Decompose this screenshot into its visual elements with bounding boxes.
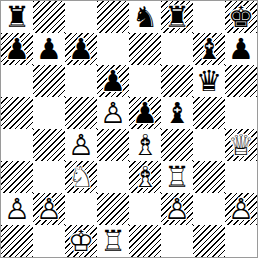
piece-white-pawn[interactable]: ♟♙ (161, 193, 193, 225)
square-h2[interactable]: ♟♙ (225, 193, 257, 225)
square-b8[interactable] (33, 1, 65, 33)
piece-black-pawn[interactable]: ♟ (33, 33, 65, 65)
square-d2[interactable] (97, 193, 129, 225)
square-h3[interactable] (225, 161, 257, 193)
square-a3[interactable] (1, 161, 33, 193)
piece-outline: ♗ (129, 129, 161, 161)
square-e4[interactable]: ♝♗ (129, 129, 161, 161)
square-e2[interactable] (129, 193, 161, 225)
square-c7[interactable]: ♟ (65, 33, 97, 65)
square-a7[interactable]: ♟ (1, 33, 33, 65)
square-d4[interactable] (97, 129, 129, 161)
square-e1[interactable] (129, 225, 161, 257)
piece-black-pawn[interactable]: ♟ (97, 65, 129, 97)
square-c2[interactable] (65, 193, 97, 225)
square-d6[interactable]: ♟ (97, 65, 129, 97)
square-f1[interactable] (161, 225, 193, 257)
piece-white-pawn[interactable]: ♟♙ (65, 129, 97, 161)
piece-white-pawn[interactable]: ♟♙ (97, 97, 129, 129)
square-a4[interactable] (1, 129, 33, 161)
piece-outline: ♙ (1, 193, 33, 225)
piece-outline: ♗ (129, 161, 161, 193)
square-b4[interactable] (33, 129, 65, 161)
square-a6[interactable] (1, 65, 33, 97)
square-a8[interactable]: ♜ (1, 1, 33, 33)
square-e5[interactable]: ♟ (129, 97, 161, 129)
square-c8[interactable] (65, 1, 97, 33)
piece-white-pawn[interactable]: ♟♙ (33, 193, 65, 225)
piece-outline: ♙ (33, 193, 65, 225)
piece-black-bishop[interactable]: ♝ (161, 97, 193, 129)
square-b7[interactable]: ♟ (33, 33, 65, 65)
piece-outline: ♖ (161, 161, 193, 193)
square-e8[interactable]: ♞ (129, 1, 161, 33)
piece-black-pawn[interactable]: ♟ (65, 33, 97, 65)
piece-black-king[interactable]: ♚ (225, 1, 257, 33)
square-c3[interactable]: ♞♘ (65, 161, 97, 193)
square-a2[interactable]: ♟♙ (1, 193, 33, 225)
piece-outline: ♘ (65, 161, 97, 193)
square-a1[interactable] (1, 225, 33, 257)
square-c5[interactable] (65, 97, 97, 129)
square-h1[interactable] (225, 225, 257, 257)
piece-outline: ♙ (225, 193, 257, 225)
chess-board: ♜♞♜♚♟♟♟♝♟♟♛♟♙♟♝♟♙♝♗♛♕♞♘♝♗♜♖♟♙♟♙♟♙♟♙♚♔♜♖ (0, 0, 258, 258)
square-h6[interactable] (225, 65, 257, 97)
square-b3[interactable] (33, 161, 65, 193)
square-c4[interactable]: ♟♙ (65, 129, 97, 161)
piece-white-rook[interactable]: ♜♖ (97, 225, 129, 257)
piece-black-bishop[interactable]: ♝ (193, 33, 225, 65)
square-g4[interactable] (193, 129, 225, 161)
square-h4[interactable]: ♛♕ (225, 129, 257, 161)
piece-white-pawn[interactable]: ♟♙ (225, 193, 257, 225)
piece-black-pawn[interactable]: ♟ (129, 97, 161, 129)
piece-white-pawn[interactable]: ♟♙ (1, 193, 33, 225)
piece-black-rook[interactable]: ♜ (1, 1, 33, 33)
piece-black-queen[interactable]: ♛ (193, 65, 225, 97)
square-h8[interactable]: ♚ (225, 1, 257, 33)
square-g8[interactable] (193, 1, 225, 33)
square-g7[interactable]: ♝ (193, 33, 225, 65)
square-c6[interactable] (65, 65, 97, 97)
piece-white-bishop[interactable]: ♝♗ (129, 161, 161, 193)
square-f7[interactable] (161, 33, 193, 65)
piece-outline: ♙ (65, 129, 97, 161)
piece-white-bishop[interactable]: ♝♗ (129, 129, 161, 161)
square-f6[interactable] (161, 65, 193, 97)
piece-white-knight[interactable]: ♞♘ (65, 161, 97, 193)
square-g5[interactable] (193, 97, 225, 129)
square-b6[interactable] (33, 65, 65, 97)
square-d3[interactable] (97, 161, 129, 193)
piece-black-knight[interactable]: ♞ (129, 1, 161, 33)
square-g6[interactable]: ♛ (193, 65, 225, 97)
piece-black-rook[interactable]: ♜ (161, 1, 193, 33)
piece-outline: ♙ (161, 193, 193, 225)
piece-white-king[interactable]: ♚♔ (65, 225, 97, 257)
piece-black-pawn[interactable]: ♟ (1, 33, 33, 65)
piece-outline: ♖ (97, 225, 129, 257)
square-c1[interactable]: ♚♔ (65, 225, 97, 257)
piece-black-pawn[interactable]: ♟ (225, 33, 257, 65)
square-h5[interactable] (225, 97, 257, 129)
square-d7[interactable] (97, 33, 129, 65)
square-f3[interactable]: ♜♖ (161, 161, 193, 193)
square-g2[interactable] (193, 193, 225, 225)
piece-outline: ♙ (97, 97, 129, 129)
square-b5[interactable] (33, 97, 65, 129)
square-g1[interactable] (193, 225, 225, 257)
square-e3[interactable]: ♝♗ (129, 161, 161, 193)
square-d8[interactable] (97, 1, 129, 33)
square-h7[interactable]: ♟ (225, 33, 257, 65)
square-d5[interactable]: ♟♙ (97, 97, 129, 129)
piece-white-queen[interactable]: ♛♕ (225, 129, 257, 161)
square-f5[interactable]: ♝ (161, 97, 193, 129)
square-b1[interactable] (33, 225, 65, 257)
square-g3[interactable] (193, 161, 225, 193)
piece-outline: ♕ (225, 129, 257, 161)
piece-outline: ♔ (65, 225, 97, 257)
piece-white-rook[interactable]: ♜♖ (161, 161, 193, 193)
square-e6[interactable] (129, 65, 161, 97)
square-b2[interactable]: ♟♙ (33, 193, 65, 225)
square-f8[interactable]: ♜ (161, 1, 193, 33)
square-e7[interactable] (129, 33, 161, 65)
square-d1[interactable]: ♜♖ (97, 225, 129, 257)
square-a5[interactable] (1, 97, 33, 129)
square-f4[interactable] (161, 129, 193, 161)
square-f2[interactable]: ♟♙ (161, 193, 193, 225)
